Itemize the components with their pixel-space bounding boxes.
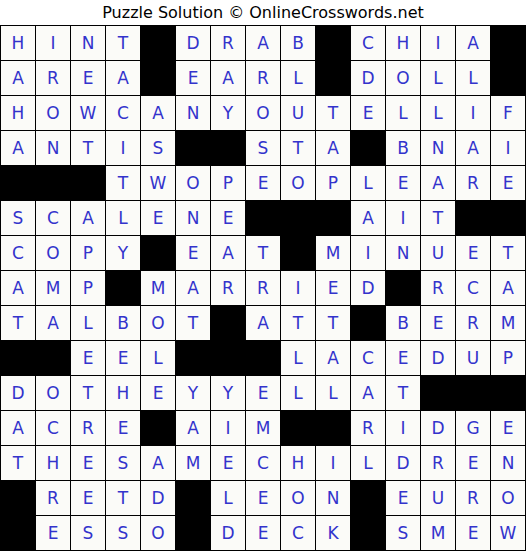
letter-cell: L [456,61,491,96]
letter-cell: P [71,271,106,306]
letter-cell: S [246,131,281,166]
letter-cell: L [211,481,246,516]
letter-cell: R [36,61,71,96]
letter-cell: E [246,481,281,516]
black-cell [456,376,491,411]
black-cell [491,61,526,96]
black-cell [1,166,36,201]
letter-cell: R [456,166,491,201]
letter-cell: A [1,411,36,446]
letter-cell: E [71,341,106,376]
black-cell [36,341,71,376]
letter-cell: N [36,131,71,166]
letter-cell: D [211,516,246,551]
letter-cell: T [106,481,141,516]
letter-cell: T [1,306,36,341]
black-cell [176,131,211,166]
letter-cell: H [36,446,71,481]
letter-cell: O [36,376,71,411]
puzzle-title: Puzzle Solution © OnlineCrosswords.net [0,0,526,25]
letter-cell: A [491,271,526,306]
letter-cell: C [456,271,491,306]
letter-cell: S [71,516,106,551]
letter-cell: R [421,271,456,306]
letter-cell: P [71,236,106,271]
black-cell [1,516,36,551]
letter-cell: E [386,341,421,376]
letter-cell: H [106,376,141,411]
letter-cell: H [386,26,421,61]
letter-cell: E [456,446,491,481]
letter-cell: A [316,341,351,376]
letter-cell: I [456,96,491,131]
letter-cell: B [281,26,316,61]
letter-cell: A [456,131,491,166]
letter-cell: E [71,481,106,516]
letter-cell: S [141,131,176,166]
letter-cell: A [176,271,211,306]
letter-cell: E [71,446,106,481]
letter-cell: E [211,446,246,481]
letter-cell: A [211,236,246,271]
letter-cell: I [281,271,316,306]
letter-cell: B [386,306,421,341]
letter-cell: E [246,516,281,551]
black-cell [141,26,176,61]
letter-cell: E [176,61,211,96]
letter-cell: M [246,411,281,446]
letter-cell: O [36,96,71,131]
letter-cell: R [246,271,281,306]
letter-cell: A [1,271,36,306]
letter-cell: E [141,376,176,411]
letter-cell: M [316,236,351,271]
letter-cell: T [71,131,106,166]
crossword-grid: HINTDRABCHIAAREAEARLDOLLHOWCANYOUTELLIFA… [0,25,526,551]
letter-cell: A [36,306,71,341]
letter-cell: A [421,166,456,201]
letter-cell: E [141,201,176,236]
letter-cell: L [106,201,141,236]
letter-cell: T [316,306,351,341]
letter-cell: R [211,271,246,306]
letter-cell: I [491,131,526,166]
letter-cell: W [71,96,106,131]
letter-cell: I [106,131,141,166]
letter-cell: E [36,516,71,551]
black-cell [141,411,176,446]
letter-cell: O [281,166,316,201]
letter-cell: M [141,271,176,306]
letter-cell: E [456,516,491,551]
letter-cell: O [176,166,211,201]
letter-cell: E [491,411,526,446]
letter-cell: D [351,271,386,306]
letter-cell: T [71,376,106,411]
letter-cell: L [281,376,316,411]
letter-cell: O [491,481,526,516]
black-cell [211,131,246,166]
letter-cell: A [1,61,36,96]
letter-cell: T [246,236,281,271]
letter-cell: M [36,271,71,306]
letter-cell: R [246,61,281,96]
letter-cell: F [491,96,526,131]
letter-cell: O [386,61,421,96]
letter-cell: C [351,26,386,61]
letter-cell: A [246,26,281,61]
letter-cell: T [106,26,141,61]
letter-cell: A [1,131,36,166]
letter-cell: A [141,446,176,481]
letter-cell: N [176,96,211,131]
black-cell [211,341,246,376]
letter-cell: L [421,96,456,131]
letter-cell: B [386,131,421,166]
letter-cell: C [106,96,141,131]
letter-cell: C [351,341,386,376]
letter-cell: A [316,131,351,166]
letter-cell: R [421,446,456,481]
letter-cell: A [176,411,211,446]
letter-cell: E [351,96,386,131]
black-cell [351,481,386,516]
letter-cell: A [106,61,141,96]
letter-cell: D [141,481,176,516]
letter-cell: E [176,236,211,271]
black-cell [386,271,421,306]
letter-cell: W [141,166,176,201]
letter-cell: N [176,201,211,236]
letter-cell: D [351,61,386,96]
black-cell [36,166,71,201]
letter-cell: G [456,411,491,446]
letter-cell: E [71,61,106,96]
letter-cell: P [316,166,351,201]
black-cell [176,516,211,551]
letter-cell: N [421,131,456,166]
letter-cell: T [386,376,421,411]
letter-cell: I [421,26,456,61]
letter-cell: O [141,516,176,551]
letter-cell: L [281,61,316,96]
letter-cell: E [386,166,421,201]
letter-cell: L [351,446,386,481]
black-cell [351,516,386,551]
letter-cell: I [36,26,71,61]
letter-cell: L [351,166,386,201]
letter-cell: A [351,376,386,411]
letter-cell: U [281,96,316,131]
letter-cell: U [421,236,456,271]
letter-cell: T [106,166,141,201]
black-cell [281,236,316,271]
letter-cell: M [491,306,526,341]
letter-cell: D [386,446,421,481]
letter-cell: Y [106,236,141,271]
black-cell [1,481,36,516]
letter-cell: U [456,341,491,376]
black-cell [421,376,456,411]
letter-cell: C [281,516,316,551]
black-cell [246,341,281,376]
letter-cell: Y [211,376,246,411]
letter-cell: O [141,306,176,341]
black-cell [316,201,351,236]
letter-cell: S [386,516,421,551]
letter-cell: L [141,341,176,376]
black-cell [1,341,36,376]
letter-cell: L [386,96,421,131]
letter-cell: N [386,236,421,271]
letter-cell: R [456,306,491,341]
letter-cell: A [211,61,246,96]
letter-cell: N [491,446,526,481]
letter-cell: C [36,411,71,446]
black-cell [351,306,386,341]
letter-cell: D [1,376,36,411]
letter-cell: E [246,376,281,411]
letter-cell: I [386,201,421,236]
letter-cell: P [491,341,526,376]
letter-cell: K [316,516,351,551]
black-cell [316,26,351,61]
letter-cell: O [281,481,316,516]
letter-cell: W [491,516,526,551]
letter-cell: A [141,96,176,131]
black-cell [71,166,106,201]
black-cell [281,201,316,236]
letter-cell: I [316,446,351,481]
black-cell [316,411,351,446]
letter-cell: H [1,96,36,131]
letter-cell: E [211,201,246,236]
letter-cell: A [71,201,106,236]
letter-cell: S [106,446,141,481]
letter-cell: E [246,166,281,201]
letter-cell: N [71,26,106,61]
letter-cell: O [246,96,281,131]
letter-cell: M [176,446,211,481]
letter-cell: S [106,516,141,551]
letter-cell: D [421,341,456,376]
letter-cell: T [1,446,36,481]
letter-cell: D [421,411,456,446]
letter-cell: S [1,201,36,236]
black-cell [491,376,526,411]
letter-cell: T [281,131,316,166]
black-cell [491,201,526,236]
letter-cell: T [316,96,351,131]
letter-cell: E [421,306,456,341]
black-cell [211,306,246,341]
letter-cell: R [36,481,71,516]
black-cell [246,201,281,236]
letter-cell: L [421,61,456,96]
letter-cell: H [1,26,36,61]
letter-cell: B [106,306,141,341]
letter-cell: I [351,236,386,271]
letter-cell: E [386,481,421,516]
letter-cell: E [106,341,141,376]
letter-cell: E [316,271,351,306]
letter-cell: T [421,201,456,236]
letter-cell: R [456,481,491,516]
letter-cell: A [246,306,281,341]
letter-cell: C [36,201,71,236]
letter-cell: P [211,166,246,201]
black-cell [456,201,491,236]
letter-cell: M [421,516,456,551]
black-cell [491,26,526,61]
letter-cell: T [281,306,316,341]
letter-cell: H [281,446,316,481]
letter-cell: R [351,411,386,446]
letter-cell: T [176,306,211,341]
letter-cell: E [106,411,141,446]
black-cell [141,236,176,271]
letter-cell: D [176,26,211,61]
letter-cell: E [491,166,526,201]
black-cell [351,131,386,166]
letter-cell: L [71,306,106,341]
letter-cell: O [36,236,71,271]
letter-cell: R [211,26,246,61]
letter-cell: Y [176,376,211,411]
letter-cell: A [351,201,386,236]
letter-cell: T [491,236,526,271]
black-cell [106,271,141,306]
black-cell [176,341,211,376]
letter-cell: Y [211,96,246,131]
letter-cell: C [246,446,281,481]
letter-cell: E [456,236,491,271]
black-cell [281,411,316,446]
letter-cell: C [1,236,36,271]
letter-cell: L [316,376,351,411]
black-cell [176,481,211,516]
letter-cell: A [456,26,491,61]
letter-cell: I [211,411,246,446]
black-cell [141,61,176,96]
black-cell [316,61,351,96]
letter-cell: I [386,411,421,446]
letter-cell: L [281,341,316,376]
letter-cell: N [316,481,351,516]
letter-cell: R [71,411,106,446]
puzzle-solution-page: Puzzle Solution © OnlineCrosswords.net H… [0,0,526,551]
letter-cell: U [421,481,456,516]
